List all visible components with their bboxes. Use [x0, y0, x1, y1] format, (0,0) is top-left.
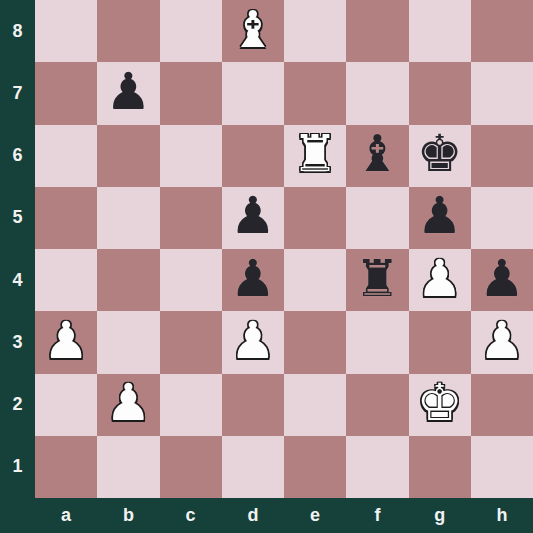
white-rook-piece[interactable]: ♜: [292, 128, 338, 179]
square-c2[interactable]: [160, 374, 222, 436]
square-h8[interactable]: [471, 0, 533, 62]
square-b1[interactable]: [97, 436, 159, 498]
file-label-b: b: [97, 498, 159, 533]
square-d5[interactable]: ♟: [222, 187, 284, 249]
square-f1[interactable]: [346, 436, 408, 498]
square-d1[interactable]: [222, 436, 284, 498]
white-king-piece[interactable]: ♚: [417, 377, 463, 428]
square-g1[interactable]: [409, 436, 471, 498]
square-f3[interactable]: [346, 311, 408, 373]
black-pawn-piece[interactable]: ♟: [417, 190, 463, 241]
black-pawn-piece[interactable]: ♟: [106, 66, 152, 117]
square-a8[interactable]: [35, 0, 97, 62]
rank-label-5: 5: [0, 187, 35, 249]
square-e2[interactable]: [284, 374, 346, 436]
square-a5[interactable]: [35, 187, 97, 249]
square-h1[interactable]: [471, 436, 533, 498]
file-label-d: d: [222, 498, 284, 533]
rank-label-3: 3: [0, 311, 35, 373]
file-label-h: h: [471, 498, 533, 533]
square-h2[interactable]: [471, 374, 533, 436]
rank-label-6: 6: [0, 125, 35, 187]
square-c3[interactable]: [160, 311, 222, 373]
square-a6[interactable]: [35, 125, 97, 187]
file-label-e: e: [284, 498, 346, 533]
square-d6[interactable]: [222, 125, 284, 187]
file-label-f: f: [346, 498, 408, 533]
square-g3[interactable]: [409, 311, 471, 373]
square-f6[interactable]: ♝: [346, 125, 408, 187]
white-pawn-piece[interactable]: ♟: [479, 315, 525, 366]
square-e8[interactable]: [284, 0, 346, 62]
square-f8[interactable]: [346, 0, 408, 62]
square-h4[interactable]: ♟: [471, 249, 533, 311]
square-c4[interactable]: [160, 249, 222, 311]
square-h3[interactable]: ♟: [471, 311, 533, 373]
white-pawn-piece[interactable]: ♟: [106, 377, 152, 428]
square-c8[interactable]: [160, 0, 222, 62]
square-b7[interactable]: ♟: [97, 62, 159, 124]
square-d3[interactable]: ♟: [222, 311, 284, 373]
file-label-a: a: [35, 498, 97, 533]
board-corner: [0, 498, 35, 533]
white-bishop-piece[interactable]: ♝: [230, 4, 276, 55]
rank-label-2: 2: [0, 374, 35, 436]
square-e7[interactable]: [284, 62, 346, 124]
rank-label-8: 8: [0, 0, 35, 62]
rank-label-7: 7: [0, 62, 35, 124]
white-pawn-piece[interactable]: ♟: [43, 315, 89, 366]
square-f7[interactable]: [346, 62, 408, 124]
white-pawn-piece[interactable]: ♟: [230, 315, 276, 366]
rank-label-1: 1: [0, 436, 35, 498]
square-a1[interactable]: [35, 436, 97, 498]
white-pawn-piece[interactable]: ♟: [417, 253, 463, 304]
square-f5[interactable]: [346, 187, 408, 249]
square-e4[interactable]: [284, 249, 346, 311]
square-d8[interactable]: ♝: [222, 0, 284, 62]
square-c1[interactable]: [160, 436, 222, 498]
square-a3[interactable]: ♟: [35, 311, 97, 373]
square-h7[interactable]: [471, 62, 533, 124]
square-a2[interactable]: [35, 374, 97, 436]
black-pawn-piece[interactable]: ♟: [479, 253, 525, 304]
square-d7[interactable]: [222, 62, 284, 124]
file-label-c: c: [160, 498, 222, 533]
square-a7[interactable]: [35, 62, 97, 124]
square-e5[interactable]: [284, 187, 346, 249]
square-h5[interactable]: [471, 187, 533, 249]
square-h6[interactable]: [471, 125, 533, 187]
rank-label-4: 4: [0, 249, 35, 311]
square-g7[interactable]: [409, 62, 471, 124]
square-e1[interactable]: [284, 436, 346, 498]
square-b8[interactable]: [97, 0, 159, 62]
black-king-piece[interactable]: ♚: [417, 128, 463, 179]
square-b2[interactable]: ♟: [97, 374, 159, 436]
square-d4[interactable]: ♟: [222, 249, 284, 311]
chess-board-frame: 8♝7♟6♜♝♚5♟♟4♟♜♟♟3♟♟♟2♟♚1abcdefgh: [0, 0, 533, 533]
chess-board: 8♝7♟6♜♝♚5♟♟4♟♜♟♟3♟♟♟2♟♚1abcdefgh: [0, 0, 533, 533]
square-e3[interactable]: [284, 311, 346, 373]
square-b5[interactable]: [97, 187, 159, 249]
square-b4[interactable]: [97, 249, 159, 311]
square-f4[interactable]: ♜: [346, 249, 408, 311]
square-g4[interactable]: ♟: [409, 249, 471, 311]
square-a4[interactable]: [35, 249, 97, 311]
black-pawn-piece[interactable]: ♟: [230, 190, 276, 241]
square-b3[interactable]: [97, 311, 159, 373]
square-c6[interactable]: [160, 125, 222, 187]
square-e6[interactable]: ♜: [284, 125, 346, 187]
black-pawn-piece[interactable]: ♟: [230, 253, 276, 304]
square-c7[interactable]: [160, 62, 222, 124]
square-g8[interactable]: [409, 0, 471, 62]
black-rook-piece[interactable]: ♜: [355, 253, 401, 304]
black-bishop-piece[interactable]: ♝: [355, 128, 401, 179]
square-g5[interactable]: ♟: [409, 187, 471, 249]
square-c5[interactable]: [160, 187, 222, 249]
file-label-g: g: [409, 498, 471, 533]
square-g2[interactable]: ♚: [409, 374, 471, 436]
square-f2[interactable]: [346, 374, 408, 436]
square-g6[interactable]: ♚: [409, 125, 471, 187]
square-b6[interactable]: [97, 125, 159, 187]
square-d2[interactable]: [222, 374, 284, 436]
